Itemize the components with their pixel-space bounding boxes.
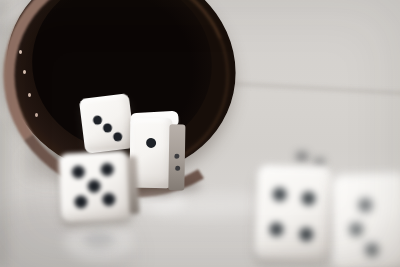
die-pip	[74, 195, 88, 209]
die-face	[58, 150, 131, 222]
die-face	[79, 93, 135, 154]
die-pip	[350, 223, 363, 236]
die-pip	[359, 199, 372, 212]
die-pip	[365, 244, 378, 257]
die-pip	[102, 123, 112, 133]
die-pip	[299, 227, 313, 241]
die-pip	[87, 179, 101, 193]
die-pip	[112, 132, 122, 142]
die-pip	[102, 193, 116, 207]
die-pip	[92, 115, 102, 125]
die-pip	[269, 222, 283, 236]
die-three-cup-mouth	[79, 93, 135, 154]
die-side-pip	[175, 165, 180, 170]
die-pip	[146, 138, 156, 148]
photo-scene	[0, 0, 400, 267]
die-face	[254, 165, 333, 262]
cup-stitch-dot	[35, 113, 38, 117]
die-pip	[302, 191, 316, 205]
die-pip	[272, 187, 286, 201]
die-face	[330, 173, 400, 267]
die-five-foreground	[58, 146, 140, 222]
cup-stitch-dot	[19, 50, 22, 54]
die-top-pip-smudge	[296, 152, 308, 161]
die-four-right	[254, 165, 333, 262]
cup-stitch-dot	[23, 70, 26, 74]
die-pip	[71, 165, 85, 179]
die-side-pip	[175, 153, 180, 158]
cup-stitch-dot	[28, 93, 31, 97]
die-front-face	[58, 150, 131, 222]
die-side-face	[168, 124, 185, 190]
die-pip	[100, 163, 114, 177]
die-top-pip-smudge	[314, 158, 325, 166]
die-five-reflection-pips	[84, 232, 114, 248]
die-three-far-right	[330, 173, 400, 267]
